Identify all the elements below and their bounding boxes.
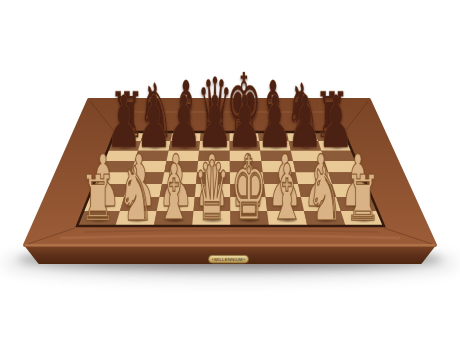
square-e7	[230, 141, 261, 151]
square-a8	[111, 132, 143, 141]
square-c7	[169, 141, 200, 151]
square-g5	[293, 161, 328, 172]
square-a7	[107, 141, 140, 151]
square-e2	[230, 197, 267, 211]
square-c8	[171, 132, 201, 141]
square-c3	[160, 184, 197, 197]
square-b5	[132, 161, 167, 172]
plate-screw-right	[243, 258, 245, 260]
square-a4	[94, 172, 132, 184]
square-g4	[296, 172, 333, 184]
square-f8	[258, 132, 289, 141]
square-h4	[328, 172, 366, 184]
square-c4	[162, 172, 197, 184]
square-c2	[157, 197, 195, 211]
square-f7	[259, 141, 291, 151]
square-e1	[230, 211, 269, 226]
nameplate-text: MILLENNIUM	[214, 257, 243, 262]
square-a6	[103, 151, 138, 161]
square-g8	[287, 132, 319, 141]
square-a2	[83, 197, 124, 211]
square-e6	[230, 151, 262, 161]
square-h3	[332, 184, 372, 197]
brand-nameplate: MILLENNIUM	[209, 255, 249, 263]
square-b4	[128, 172, 164, 184]
square-g7	[289, 141, 322, 151]
square-c5	[164, 161, 198, 172]
square-f6	[260, 151, 293, 161]
square-f2	[266, 197, 304, 211]
square-b2	[120, 197, 160, 211]
square-f3	[264, 184, 301, 197]
square-f4	[263, 172, 298, 184]
square-b7	[138, 141, 171, 151]
square-a5	[99, 161, 135, 172]
square-h8	[315, 132, 348, 141]
square-a3	[89, 184, 128, 197]
square-e4	[230, 172, 264, 184]
square-e5	[230, 161, 263, 172]
square-g1	[304, 211, 346, 226]
square-d1	[192, 211, 230, 226]
square-d8	[200, 132, 230, 141]
square-b3	[124, 184, 162, 197]
square-d5	[197, 161, 230, 172]
square-f1	[267, 211, 307, 226]
square-d2	[194, 197, 231, 211]
square-h7	[318, 141, 352, 151]
square-g3	[298, 184, 336, 197]
square-d4	[196, 172, 230, 184]
square-e8	[230, 132, 260, 141]
square-g6	[291, 151, 325, 161]
square-d3	[195, 184, 230, 197]
square-e3	[230, 184, 266, 197]
square-g2	[301, 197, 341, 211]
square-b8	[141, 132, 172, 141]
square-d6	[198, 151, 230, 161]
board-graphic: MILLENNIUM	[0, 0, 460, 350]
square-c6	[167, 151, 200, 161]
square-c1	[154, 211, 194, 226]
square-b1	[115, 211, 156, 226]
square-h6	[321, 151, 356, 161]
square-h5	[325, 161, 361, 172]
square-b6	[135, 151, 169, 161]
square-f5	[261, 161, 295, 172]
chessboard-photo: MILLENNIUM ♜♞♝♛♚♝♞♜♟♟♟♟♟♟♟♟♟♟♟♟♟♟♟♟♜♞♝♛♚…	[0, 0, 460, 350]
square-d7	[199, 141, 230, 151]
playing-squares	[77, 132, 384, 226]
